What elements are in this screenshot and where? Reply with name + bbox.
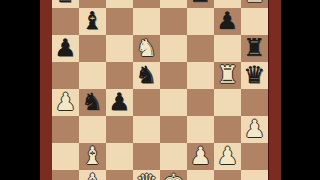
square-d8[interactable] xyxy=(133,0,160,8)
square-h3[interactable]: ♟ xyxy=(241,116,268,143)
square-e2[interactable] xyxy=(160,143,187,170)
square-d5[interactable]: ♞ xyxy=(133,62,160,89)
square-f1[interactable] xyxy=(187,170,214,180)
black-knight[interactable]: ♞ xyxy=(133,62,160,89)
square-e3[interactable] xyxy=(160,116,187,143)
square-a3[interactable] xyxy=(52,116,79,143)
square-b7[interactable]: ♝ xyxy=(79,8,106,35)
square-b6[interactable] xyxy=(79,35,106,62)
square-b5[interactable] xyxy=(79,62,106,89)
square-h4[interactable] xyxy=(241,89,268,116)
black-pawn[interactable]: ♟ xyxy=(106,89,133,116)
square-d1[interactable]: ♛ xyxy=(133,170,160,180)
square-c4[interactable]: ♟ xyxy=(106,89,133,116)
square-g6[interactable] xyxy=(214,35,241,62)
square-e8[interactable] xyxy=(160,0,187,8)
square-d3[interactable] xyxy=(133,116,160,143)
white-bishop[interactable]: ♝ xyxy=(79,143,106,170)
letterbox-right xyxy=(280,0,320,180)
white-bishop[interactable]: ♝ xyxy=(79,170,106,180)
square-h7[interactable] xyxy=(241,8,268,35)
square-f8[interactable]: ♜ xyxy=(187,0,214,8)
chess-board[interactable]: ♚♜♜♝♟♟♞♜♞♜♛♟♞♟♟♝♟♟♝♛♚ xyxy=(52,0,268,180)
board-frame-right xyxy=(268,0,281,180)
white-rook[interactable]: ♜ xyxy=(214,62,241,89)
square-e5[interactable] xyxy=(160,62,187,89)
square-f3[interactable] xyxy=(187,116,214,143)
square-f5[interactable] xyxy=(187,62,214,89)
white-knight[interactable]: ♞ xyxy=(133,35,160,62)
square-c8[interactable] xyxy=(106,0,133,8)
white-queen[interactable]: ♛ xyxy=(133,170,160,180)
square-h1[interactable] xyxy=(241,170,268,180)
square-h5[interactable]: ♛ xyxy=(241,62,268,89)
white-pawn[interactable]: ♟ xyxy=(241,116,268,143)
black-bishop[interactable]: ♝ xyxy=(79,8,106,35)
square-f7[interactable] xyxy=(187,8,214,35)
square-a8[interactable]: ♚ xyxy=(52,0,79,8)
black-knight[interactable]: ♞ xyxy=(79,89,106,116)
square-b3[interactable] xyxy=(79,116,106,143)
screenshot-stage: ♚♜♜♝♟♟♞♜♞♜♛♟♞♟♟♝♟♟♝♛♚ xyxy=(0,0,320,180)
white-king[interactable]: ♚ xyxy=(160,170,187,180)
square-b2[interactable]: ♝ xyxy=(79,143,106,170)
square-a6[interactable]: ♟ xyxy=(52,35,79,62)
square-e1[interactable]: ♚ xyxy=(160,170,187,180)
square-a7[interactable] xyxy=(52,8,79,35)
square-e4[interactable] xyxy=(160,89,187,116)
square-g1[interactable] xyxy=(214,170,241,180)
square-d4[interactable] xyxy=(133,89,160,116)
square-e7[interactable] xyxy=(160,8,187,35)
square-f6[interactable] xyxy=(187,35,214,62)
square-g7[interactable]: ♟ xyxy=(214,8,241,35)
white-pawn[interactable]: ♟ xyxy=(214,143,241,170)
square-h2[interactable] xyxy=(241,143,268,170)
square-a5[interactable] xyxy=(52,62,79,89)
square-d7[interactable] xyxy=(133,8,160,35)
white-pawn[interactable]: ♟ xyxy=(52,89,79,116)
square-g5[interactable]: ♜ xyxy=(214,62,241,89)
square-c2[interactable] xyxy=(106,143,133,170)
square-c7[interactable] xyxy=(106,8,133,35)
square-a4[interactable]: ♟ xyxy=(52,89,79,116)
square-h8[interactable]: ♜ xyxy=(241,0,268,8)
black-pawn[interactable]: ♟ xyxy=(214,8,241,35)
square-g2[interactable]: ♟ xyxy=(214,143,241,170)
white-rook[interactable]: ♜ xyxy=(241,0,268,8)
square-f4[interactable] xyxy=(187,89,214,116)
black-rook[interactable]: ♜ xyxy=(241,35,268,62)
letterbox-left xyxy=(0,0,40,180)
white-pawn[interactable]: ♟ xyxy=(187,143,214,170)
square-d6[interactable]: ♞ xyxy=(133,35,160,62)
black-king[interactable]: ♚ xyxy=(52,0,79,8)
square-g4[interactable] xyxy=(214,89,241,116)
square-a2[interactable] xyxy=(52,143,79,170)
square-f2[interactable]: ♟ xyxy=(187,143,214,170)
black-rook[interactable]: ♜ xyxy=(187,0,214,8)
square-c1[interactable] xyxy=(106,170,133,180)
square-g3[interactable] xyxy=(214,116,241,143)
square-c3[interactable] xyxy=(106,116,133,143)
square-e6[interactable] xyxy=(160,35,187,62)
square-b1[interactable]: ♝ xyxy=(79,170,106,180)
square-h6[interactable]: ♜ xyxy=(241,35,268,62)
square-d2[interactable] xyxy=(133,143,160,170)
black-pawn[interactable]: ♟ xyxy=(52,35,79,62)
square-c6[interactable] xyxy=(106,35,133,62)
square-c5[interactable] xyxy=(106,62,133,89)
square-a1[interactable] xyxy=(52,170,79,180)
black-queen[interactable]: ♛ xyxy=(241,62,268,89)
square-b4[interactable]: ♞ xyxy=(79,89,106,116)
